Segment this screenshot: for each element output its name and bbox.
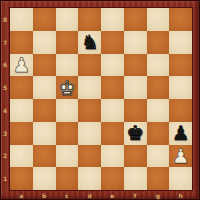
square-a7[interactable] [10, 31, 33, 54]
square-d7[interactable]: ♞ [78, 31, 101, 54]
rank-labels: 87654321 [0, 8, 10, 190]
rank-label-5: 5 [0, 76, 10, 99]
square-d4[interactable] [78, 99, 101, 122]
chess-board: ♞♟♚♚♟♟ [10, 8, 192, 190]
square-b2[interactable] [33, 145, 56, 168]
square-d6[interactable] [78, 54, 101, 77]
square-h1[interactable] [169, 167, 192, 190]
square-f1[interactable] [124, 167, 147, 190]
square-a2[interactable] [10, 145, 33, 168]
square-a3[interactable] [10, 122, 33, 145]
square-h5[interactable] [169, 76, 192, 99]
square-g1[interactable] [147, 167, 170, 190]
square-d8[interactable] [78, 8, 101, 31]
board-frame: 87654321 abcdefgh ♞♟♚♚♟♟ [0, 0, 200, 200]
black-pawn[interactable]: ♟ [172, 122, 190, 144]
square-b1[interactable] [33, 167, 56, 190]
rank-label-6: 6 [0, 54, 10, 77]
square-h3[interactable]: ♟ [169, 122, 192, 145]
square-a6[interactable]: ♟ [10, 54, 33, 77]
file-label-f: f [124, 190, 147, 200]
square-a4[interactable] [10, 99, 33, 122]
square-f7[interactable] [124, 31, 147, 54]
square-f3[interactable]: ♚ [124, 122, 147, 145]
square-g8[interactable] [147, 8, 170, 31]
square-e7[interactable] [101, 31, 124, 54]
rank-label-7: 7 [0, 31, 10, 54]
square-b3[interactable] [33, 122, 56, 145]
square-c8[interactable] [56, 8, 79, 31]
square-g7[interactable] [147, 31, 170, 54]
rank-label-1: 1 [0, 167, 10, 190]
square-c6[interactable] [56, 54, 79, 77]
square-b6[interactable] [33, 54, 56, 77]
rank-label-4: 4 [0, 99, 10, 122]
square-c5[interactable]: ♚ [56, 76, 79, 99]
square-g3[interactable] [147, 122, 170, 145]
rank-label-3: 3 [0, 122, 10, 145]
square-f4[interactable] [124, 99, 147, 122]
square-g2[interactable] [147, 145, 170, 168]
square-b7[interactable] [33, 31, 56, 54]
square-b5[interactable] [33, 76, 56, 99]
square-a8[interactable] [10, 8, 33, 31]
rank-label-2: 2 [0, 145, 10, 168]
square-g5[interactable] [147, 76, 170, 99]
file-label-g: g [147, 190, 170, 200]
white-king[interactable]: ♚ [58, 77, 76, 99]
rank-label-8: 8 [0, 8, 10, 31]
file-label-a: a [10, 190, 33, 200]
square-c2[interactable] [56, 145, 79, 168]
square-e1[interactable] [101, 167, 124, 190]
square-c4[interactable] [56, 99, 79, 122]
file-label-h: h [169, 190, 192, 200]
file-label-b: b [33, 190, 56, 200]
square-d2[interactable] [78, 145, 101, 168]
square-e2[interactable] [101, 145, 124, 168]
square-a1[interactable] [10, 167, 33, 190]
square-h8[interactable] [169, 8, 192, 31]
square-f2[interactable] [124, 145, 147, 168]
square-d1[interactable] [78, 167, 101, 190]
square-f6[interactable] [124, 54, 147, 77]
square-d3[interactable] [78, 122, 101, 145]
square-g6[interactable] [147, 54, 170, 77]
square-f8[interactable] [124, 8, 147, 31]
square-h4[interactable] [169, 99, 192, 122]
file-label-e: e [101, 190, 124, 200]
white-pawn[interactable]: ♟ [12, 54, 30, 76]
square-b8[interactable] [33, 8, 56, 31]
square-e5[interactable] [101, 76, 124, 99]
black-king[interactable]: ♚ [126, 122, 144, 144]
square-c1[interactable] [56, 167, 79, 190]
square-h2[interactable]: ♟ [169, 145, 192, 168]
file-labels: abcdefgh [10, 190, 192, 200]
white-pawn[interactable]: ♟ [172, 145, 190, 167]
square-f5[interactable] [124, 76, 147, 99]
square-a5[interactable] [10, 76, 33, 99]
square-b4[interactable] [33, 99, 56, 122]
square-e3[interactable] [101, 122, 124, 145]
square-g4[interactable] [147, 99, 170, 122]
square-d5[interactable] [78, 76, 101, 99]
square-e8[interactable] [101, 8, 124, 31]
square-h6[interactable] [169, 54, 192, 77]
file-label-c: c [56, 190, 79, 200]
black-knight[interactable]: ♞ [81, 31, 99, 53]
square-c7[interactable] [56, 31, 79, 54]
square-e6[interactable] [101, 54, 124, 77]
square-c3[interactable] [56, 122, 79, 145]
square-h7[interactable] [169, 31, 192, 54]
square-e4[interactable] [101, 99, 124, 122]
file-label-d: d [78, 190, 101, 200]
